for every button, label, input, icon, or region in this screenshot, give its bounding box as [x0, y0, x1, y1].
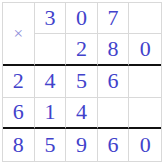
grid-cell-r4c1: 6 — [3, 98, 35, 130]
grid-cell-r1c4: 7 — [98, 3, 130, 34]
multiply-operator-cell: × — [3, 3, 35, 66]
grid-cell-r3c5 — [129, 66, 161, 98]
multiplication-grid: × 3 0 7 2 8 0 2 4 5 6 6 1 4 8 5 9 6 0 — [2, 2, 162, 162]
grid-cell-r1c3: 0 — [66, 3, 98, 34]
multiply-icon: × — [14, 25, 24, 42]
multiplication-worksheet: × 3 0 7 2 8 0 2 4 5 6 6 1 4 8 5 9 6 0 — [0, 0, 164, 166]
grid-cell-r3c1: 2 — [3, 66, 35, 98]
grid-cell-r1c2: 3 — [35, 3, 67, 34]
grid-cell-r4c2: 1 — [35, 98, 67, 130]
grid-cell-r3c2: 4 — [35, 66, 67, 98]
grid-cell-r3c4: 6 — [98, 66, 130, 98]
grid-cell-r5c1: 8 — [3, 129, 35, 160]
grid-cell-r3c3: 5 — [66, 66, 98, 98]
grid-cell-r5c3: 9 — [66, 129, 98, 160]
grid-cell-r4c5 — [129, 98, 161, 130]
grid-cell-r5c2: 5 — [35, 129, 67, 160]
grid-cell-r2c2 — [35, 34, 67, 65]
grid-cell-r2c3: 2 — [66, 34, 98, 65]
grid-cell-r5c4: 6 — [98, 129, 130, 160]
grid-cell-r2c5: 0 — [129, 34, 161, 65]
grid-cell-r4c3: 4 — [66, 98, 98, 130]
grid-cell-r2c4: 8 — [98, 34, 130, 65]
grid-cell-r5c5: 0 — [129, 129, 161, 160]
grid-cell-r1c5 — [129, 3, 161, 34]
grid-cell-r4c4 — [98, 98, 130, 130]
